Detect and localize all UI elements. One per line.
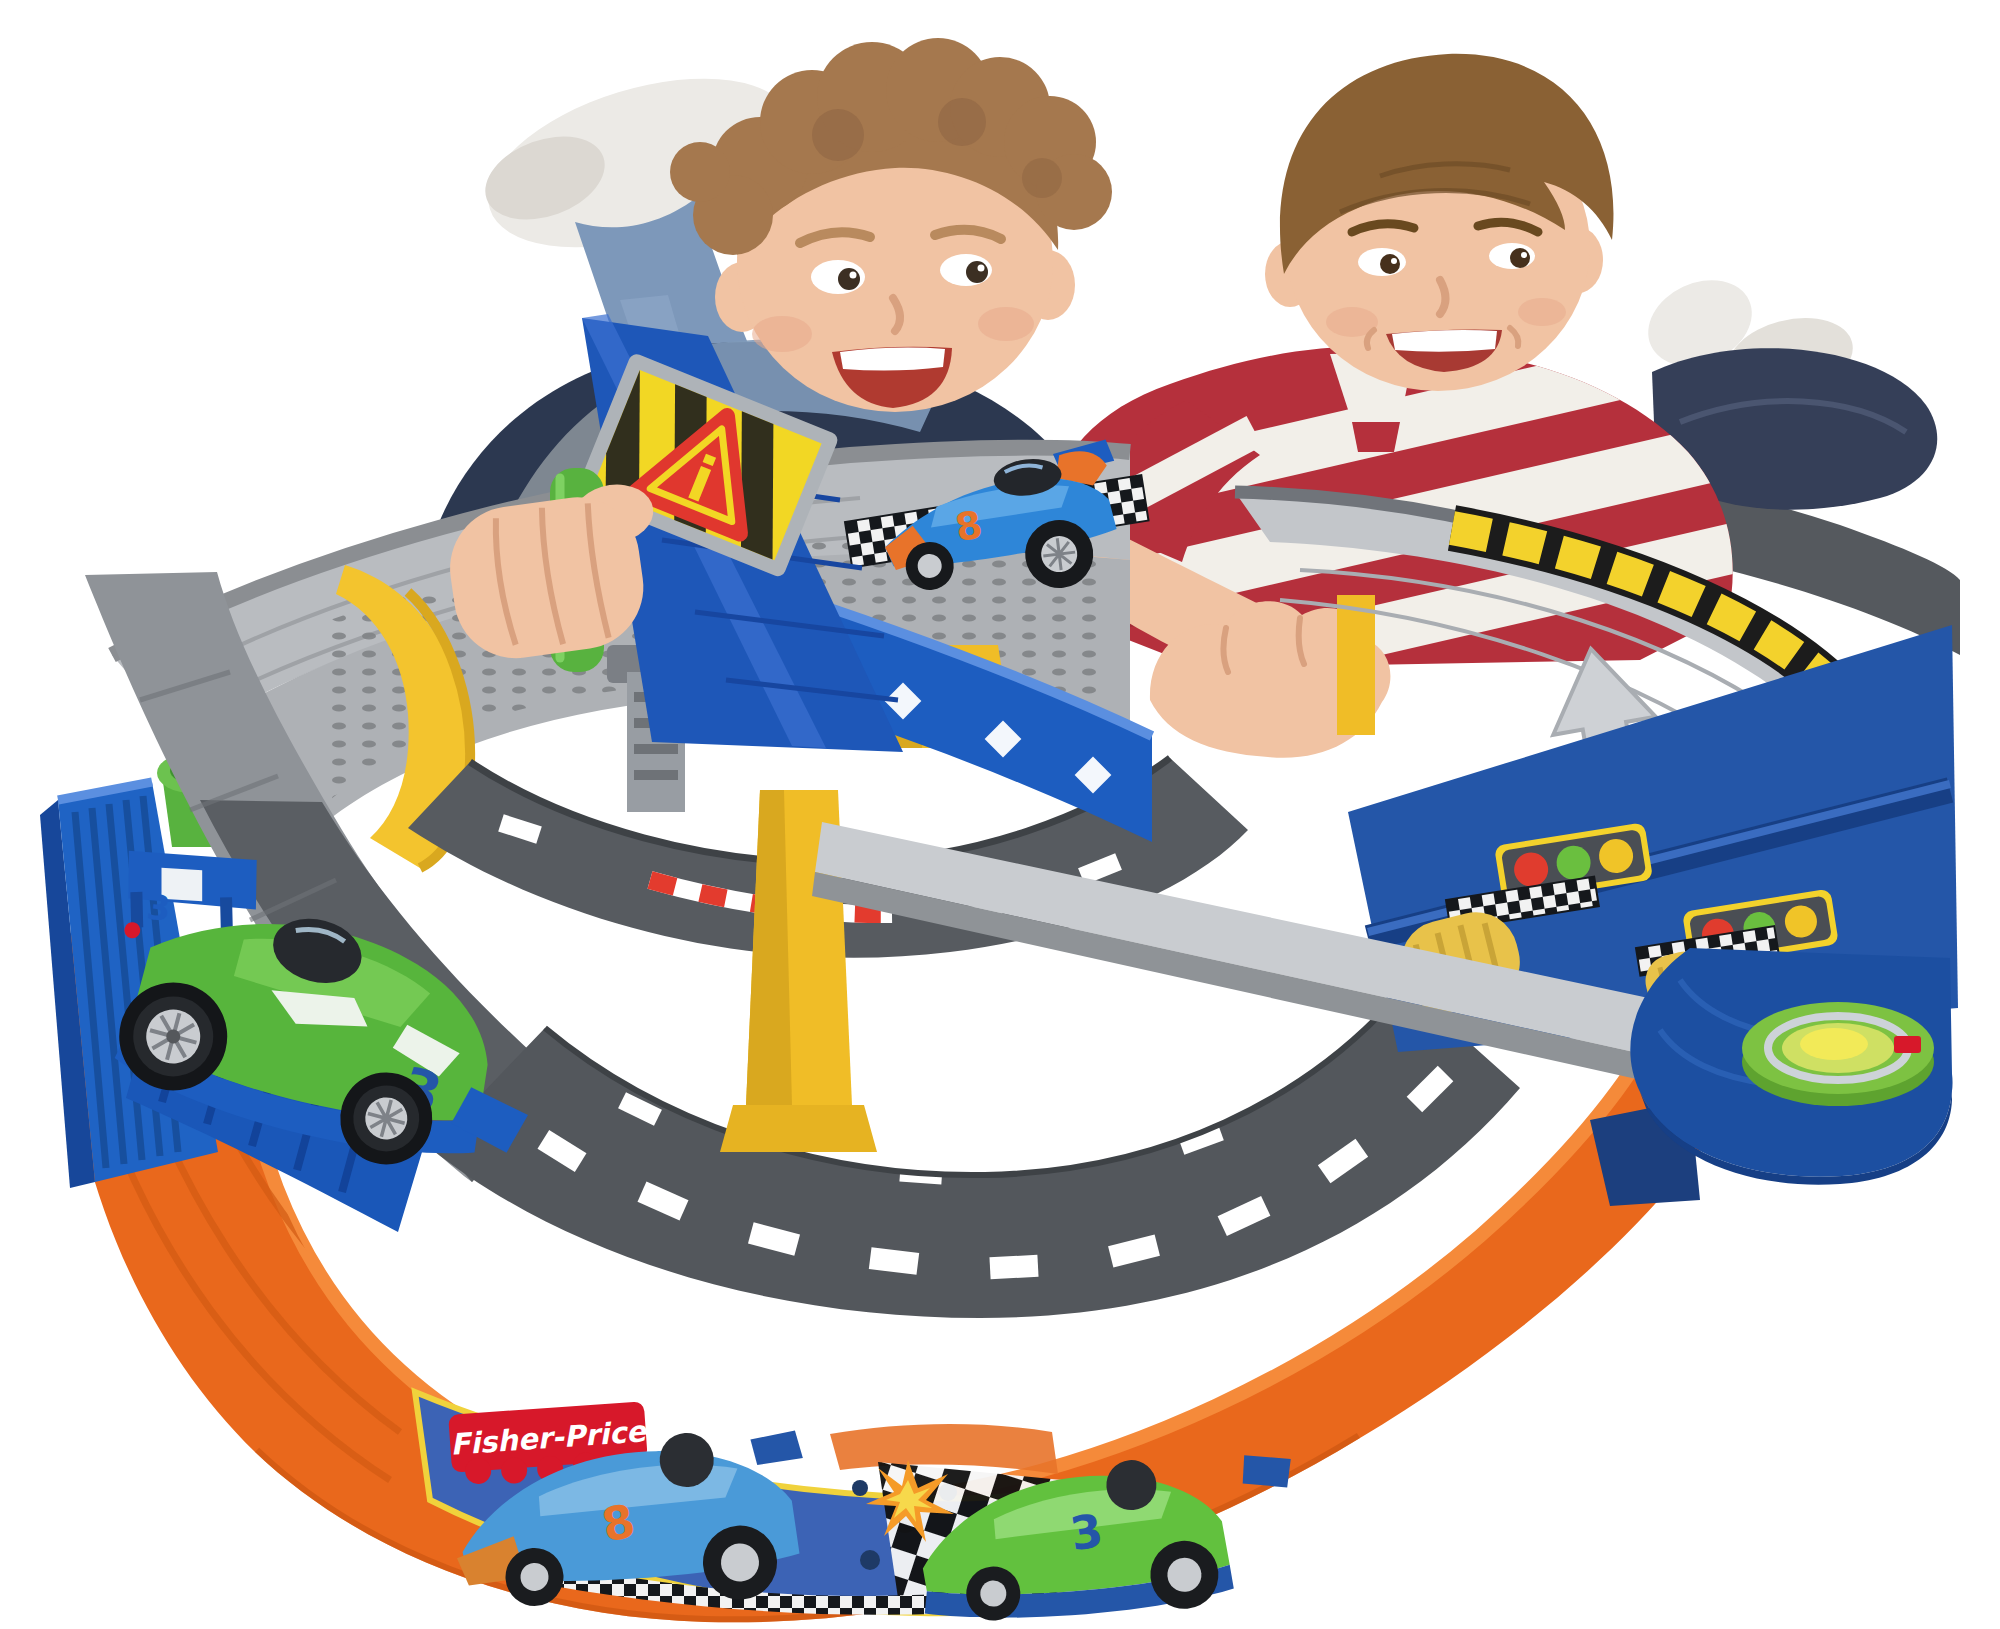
boy-right-head [1265,54,1613,391]
yellow-pillar-right [1337,595,1375,735]
launch-button [1742,1002,1934,1106]
photo-canvas: 8 i [0,0,2000,1629]
scene-illustration: 8 i [0,0,2000,1629]
button-brand-tag [1894,1036,1921,1053]
green-car-wing-number: 3 [145,887,172,929]
spiral-lower-band [430,986,1520,1318]
